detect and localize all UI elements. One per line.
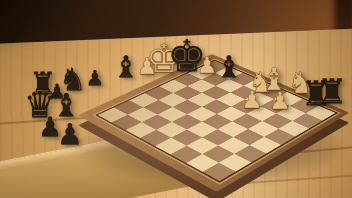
black-bishop-piece: ♝ [113, 52, 140, 82]
black-rook-piece: ♜ [317, 74, 347, 108]
black-bishop-piece: ♝ [216, 52, 243, 82]
chess-photo-scene: ♟♝♟♚♚♟♝♞♟♝♟♞♜♜♜♞♟♛♝♟♟ [0, 0, 352, 198]
black-pawn-piece: ♟ [86, 68, 105, 89]
white-pawn-piece: ♟ [197, 54, 218, 77]
black-pawn-piece: ♟ [57, 120, 83, 149]
